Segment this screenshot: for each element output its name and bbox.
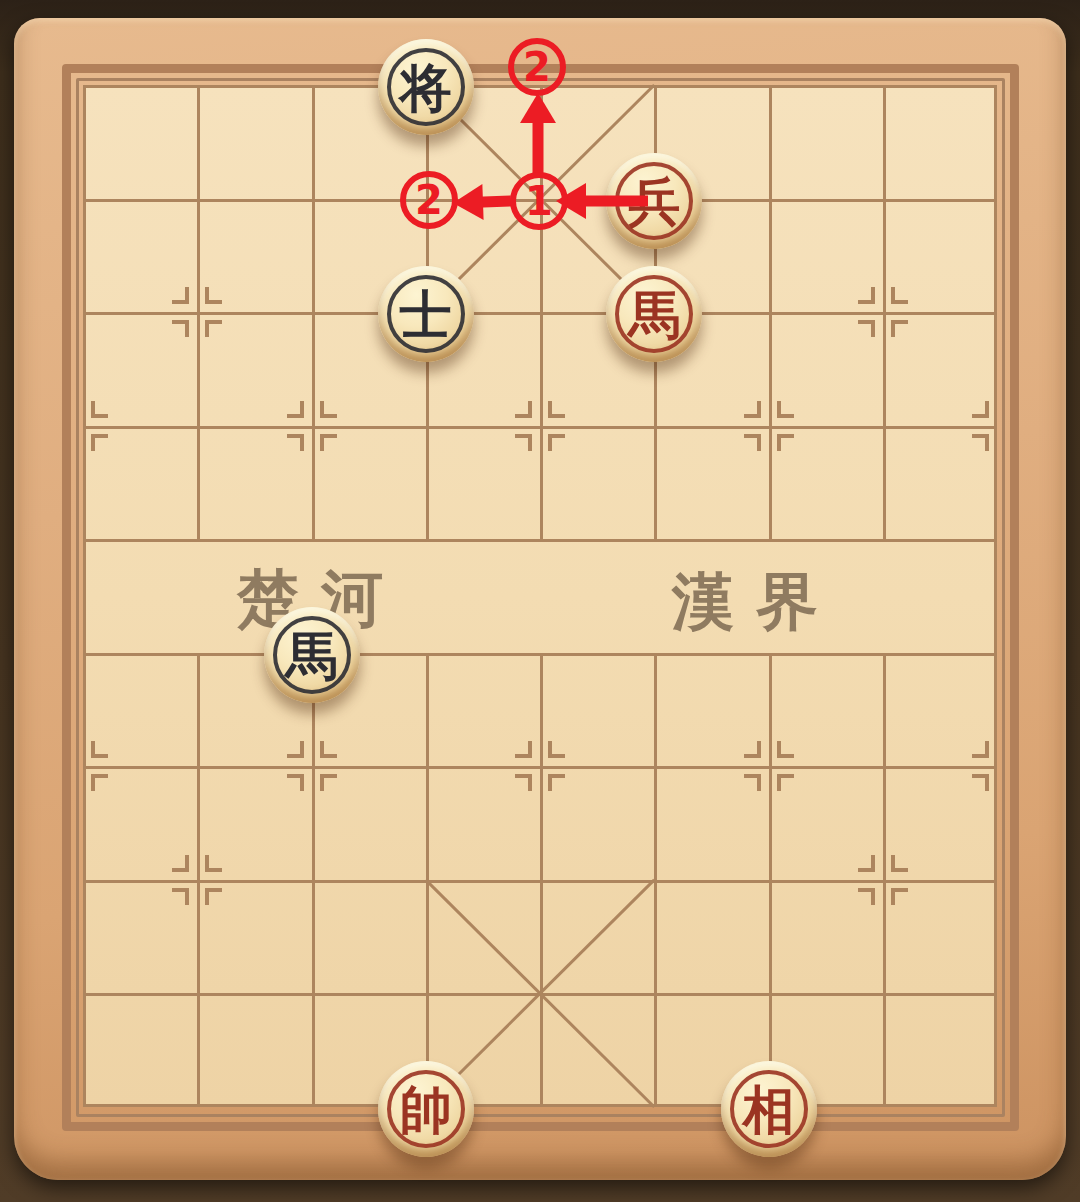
point-marker-corner bbox=[91, 434, 108, 451]
board-cell bbox=[83, 85, 197, 199]
point-marker-corner bbox=[91, 741, 108, 758]
piece-glyph: 士 bbox=[400, 289, 452, 341]
point-marker-corner bbox=[172, 888, 189, 905]
board-cell bbox=[540, 993, 654, 1107]
piece-glyph: 将 bbox=[400, 62, 452, 114]
point-marker-corner bbox=[858, 287, 875, 304]
point-marker-corner bbox=[891, 287, 908, 304]
point-marker-corner bbox=[205, 855, 222, 872]
piece-glyph: 相 bbox=[743, 1084, 795, 1136]
point-marker-corner bbox=[287, 741, 304, 758]
board-cell bbox=[197, 993, 311, 1107]
point-marker-corner bbox=[972, 434, 989, 451]
point-marker-corner bbox=[172, 855, 189, 872]
board-cell bbox=[540, 880, 654, 994]
board-cell bbox=[654, 880, 768, 994]
board-cell bbox=[883, 85, 997, 199]
point-marker-corner bbox=[205, 287, 222, 304]
board-cell bbox=[83, 993, 197, 1107]
piece-glyph: 帥 bbox=[400, 1084, 452, 1136]
point-marker-corner bbox=[891, 888, 908, 905]
point-marker-corner bbox=[548, 434, 565, 451]
point-marker-corner bbox=[972, 401, 989, 418]
piece-red-elephant[interactable]: 相 bbox=[721, 1061, 817, 1157]
point-marker-corner bbox=[548, 401, 565, 418]
board-cell bbox=[426, 880, 540, 994]
point-marker-corner bbox=[858, 888, 875, 905]
board-cell bbox=[312, 880, 426, 994]
piece-red-soldier[interactable]: 兵 bbox=[606, 153, 702, 249]
piece-red-horse[interactable]: 馬 bbox=[606, 266, 702, 362]
move-number-circle: 1 bbox=[510, 172, 568, 230]
point-marker-corner bbox=[172, 320, 189, 337]
piece-black-advisor[interactable]: 士 bbox=[378, 266, 474, 362]
point-marker-corner bbox=[320, 774, 337, 791]
piece-glyph: 馬 bbox=[628, 289, 680, 341]
point-marker-corner bbox=[548, 774, 565, 791]
point-marker-corner bbox=[744, 434, 761, 451]
board-cell bbox=[540, 539, 654, 653]
point-marker-corner bbox=[91, 774, 108, 791]
point-marker-corner bbox=[744, 774, 761, 791]
board-field[interactable] bbox=[83, 85, 997, 1107]
point-marker-corner bbox=[320, 401, 337, 418]
point-marker-corner bbox=[972, 774, 989, 791]
xiangqi-board-screen: 楚河 漢界 将兵士馬馬帥相 212 bbox=[0, 0, 1080, 1202]
point-marker-corner bbox=[515, 774, 532, 791]
board-cell bbox=[883, 993, 997, 1107]
point-marker-corner bbox=[287, 434, 304, 451]
point-marker-corner bbox=[972, 741, 989, 758]
board-cell bbox=[883, 539, 997, 653]
move-number-circle: 2 bbox=[508, 38, 566, 96]
point-marker-corner bbox=[172, 287, 189, 304]
river-label-right: 漢界 bbox=[672, 560, 840, 644]
point-marker-corner bbox=[515, 741, 532, 758]
point-marker-corner bbox=[287, 401, 304, 418]
board-cell bbox=[197, 85, 311, 199]
point-marker-corner bbox=[205, 888, 222, 905]
piece-red-general[interactable]: 帥 bbox=[378, 1061, 474, 1157]
point-marker-corner bbox=[777, 401, 794, 418]
piece-black-general[interactable]: 将 bbox=[378, 39, 474, 135]
point-marker-corner bbox=[548, 741, 565, 758]
point-marker-corner bbox=[858, 855, 875, 872]
point-marker-corner bbox=[515, 434, 532, 451]
point-marker-corner bbox=[91, 401, 108, 418]
point-marker-corner bbox=[777, 741, 794, 758]
board-cell bbox=[426, 539, 540, 653]
point-marker-corner bbox=[287, 774, 304, 791]
piece-black-horse[interactable]: 馬 bbox=[264, 607, 360, 703]
piece-glyph: 兵 bbox=[628, 176, 680, 228]
point-marker-corner bbox=[777, 774, 794, 791]
move-number-circle: 2 bbox=[400, 171, 458, 229]
board-cell bbox=[769, 85, 883, 199]
piece-glyph: 馬 bbox=[286, 630, 338, 682]
point-marker-corner bbox=[777, 434, 794, 451]
point-marker-corner bbox=[320, 434, 337, 451]
point-marker-corner bbox=[891, 855, 908, 872]
point-marker-corner bbox=[320, 741, 337, 758]
point-marker-corner bbox=[858, 320, 875, 337]
point-marker-corner bbox=[891, 320, 908, 337]
point-marker-corner bbox=[744, 741, 761, 758]
point-marker-corner bbox=[515, 401, 532, 418]
point-marker-corner bbox=[205, 320, 222, 337]
board-cell bbox=[83, 539, 197, 653]
point-marker-corner bbox=[744, 401, 761, 418]
